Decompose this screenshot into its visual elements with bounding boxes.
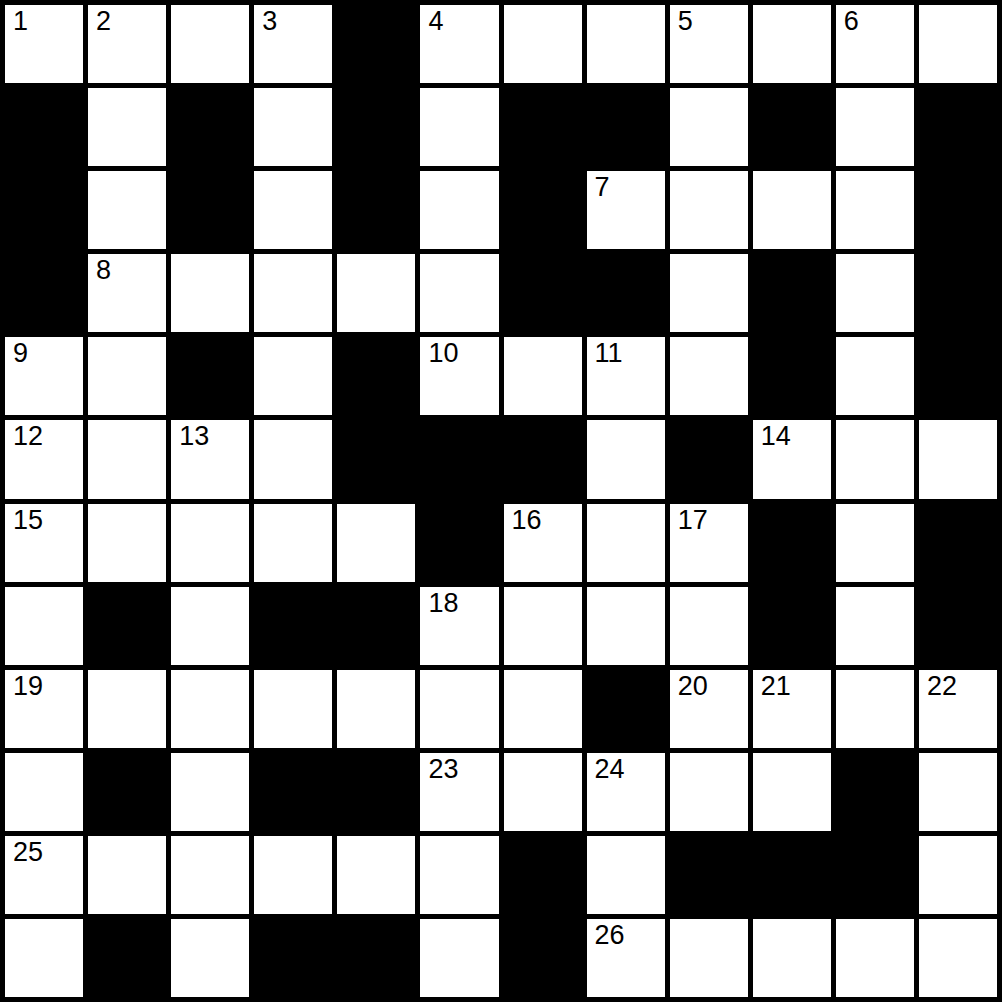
black-cell	[919, 171, 997, 249]
white-cell[interactable]: 26	[587, 919, 665, 997]
white-cell[interactable]	[254, 420, 332, 498]
white-cell[interactable]	[587, 5, 665, 83]
white-cell[interactable]	[919, 420, 997, 498]
white-cell[interactable]	[670, 337, 748, 415]
white-cell[interactable]	[753, 5, 831, 83]
clue-number: 12	[13, 421, 43, 452]
white-cell[interactable]: 4	[420, 5, 498, 83]
white-cell[interactable]	[171, 919, 249, 997]
clue-number: 4	[428, 6, 443, 37]
black-cell	[753, 587, 831, 665]
black-cell	[420, 420, 498, 498]
white-cell[interactable]: 8	[88, 254, 166, 332]
white-cell[interactable]	[836, 88, 914, 166]
clue-number: 3	[262, 6, 277, 37]
black-cell	[670, 420, 748, 498]
black-cell	[919, 88, 997, 166]
white-cell[interactable]: 2	[88, 5, 166, 83]
white-cell[interactable]: 6	[836, 5, 914, 83]
white-cell[interactable]: 14	[753, 420, 831, 498]
black-cell	[919, 587, 997, 665]
white-cell[interactable]	[337, 670, 415, 748]
white-cell[interactable]	[836, 504, 914, 582]
black-cell	[919, 254, 997, 332]
white-cell[interactable]	[420, 919, 498, 997]
white-cell[interactable]	[420, 254, 498, 332]
black-cell	[753, 337, 831, 415]
black-cell	[254, 753, 332, 831]
clue-number: 6	[844, 6, 859, 37]
white-cell[interactable]: 21	[753, 670, 831, 748]
clue-number: 18	[428, 588, 458, 619]
white-cell[interactable]	[919, 836, 997, 914]
white-cell[interactable]	[254, 254, 332, 332]
white-cell[interactable]	[919, 5, 997, 83]
white-cell[interactable]	[836, 420, 914, 498]
white-cell[interactable]: 23	[420, 753, 498, 831]
black-cell	[5, 88, 83, 166]
black-cell	[337, 587, 415, 665]
black-cell	[753, 836, 831, 914]
white-cell[interactable]: 15	[5, 504, 83, 582]
black-cell	[337, 171, 415, 249]
clue-number: 23	[428, 754, 458, 785]
clue-number: 13	[179, 421, 209, 452]
black-cell	[504, 254, 582, 332]
white-cell[interactable]	[420, 836, 498, 914]
clue-number: 14	[761, 421, 791, 452]
white-cell[interactable]: 12	[5, 420, 83, 498]
black-cell	[504, 919, 582, 997]
white-cell[interactable]	[836, 171, 914, 249]
black-cell	[254, 919, 332, 997]
crossword-board: 1234567891011121314151617181920212223242…	[0, 0, 1002, 1002]
clue-number: 9	[13, 338, 28, 369]
black-cell	[171, 337, 249, 415]
white-cell[interactable]	[587, 587, 665, 665]
black-cell	[337, 337, 415, 415]
white-cell[interactable]	[504, 587, 582, 665]
white-cell[interactable]	[254, 171, 332, 249]
black-cell	[670, 836, 748, 914]
white-cell[interactable]	[836, 337, 914, 415]
black-cell	[5, 254, 83, 332]
black-cell	[753, 504, 831, 582]
white-cell[interactable]	[337, 836, 415, 914]
white-cell[interactable]	[504, 5, 582, 83]
white-cell[interactable]: 1	[5, 5, 83, 83]
black-cell	[504, 420, 582, 498]
black-cell	[337, 5, 415, 83]
white-cell[interactable]: 19	[5, 670, 83, 748]
black-cell	[337, 420, 415, 498]
clue-number: 25	[13, 837, 43, 868]
white-cell[interactable]	[88, 88, 166, 166]
black-cell	[337, 919, 415, 997]
white-cell[interactable]: 17	[670, 504, 748, 582]
black-cell	[919, 337, 997, 415]
white-cell[interactable]	[171, 753, 249, 831]
white-cell[interactable]	[254, 670, 332, 748]
white-cell[interactable]	[337, 254, 415, 332]
white-cell[interactable]	[504, 337, 582, 415]
white-cell[interactable]	[836, 254, 914, 332]
white-cell[interactable]: 5	[670, 5, 748, 83]
white-cell[interactable]: 24	[587, 753, 665, 831]
clue-number: 11	[595, 338, 623, 369]
black-cell	[587, 670, 665, 748]
clue-number: 22	[927, 671, 957, 702]
clue-number: 8	[96, 255, 111, 286]
white-cell[interactable]: 9	[5, 337, 83, 415]
white-cell[interactable]	[254, 836, 332, 914]
black-cell	[753, 88, 831, 166]
white-cell[interactable]	[88, 420, 166, 498]
black-cell	[88, 753, 166, 831]
white-cell[interactable]	[420, 670, 498, 748]
white-cell[interactable]	[670, 88, 748, 166]
white-cell[interactable]	[254, 337, 332, 415]
white-cell[interactable]: 20	[670, 670, 748, 748]
black-cell	[753, 254, 831, 332]
clue-number: 24	[595, 754, 625, 785]
white-cell[interactable]	[670, 254, 748, 332]
white-cell[interactable]	[5, 587, 83, 665]
clue-number: 5	[678, 6, 693, 37]
clue-number: 26	[595, 920, 625, 951]
white-cell[interactable]	[504, 753, 582, 831]
white-cell[interactable]	[88, 836, 166, 914]
clue-number: 2	[96, 6, 111, 37]
white-cell[interactable]	[670, 753, 748, 831]
white-cell[interactable]	[5, 753, 83, 831]
black-cell	[587, 254, 665, 332]
black-cell	[337, 88, 415, 166]
black-cell	[88, 919, 166, 997]
clue-number: 15	[13, 505, 43, 536]
white-cell[interactable]	[171, 587, 249, 665]
black-cell	[587, 88, 665, 166]
clue-number: 16	[512, 505, 542, 536]
white-cell[interactable]	[88, 504, 166, 582]
white-cell[interactable]	[171, 504, 249, 582]
white-cell[interactable]	[254, 504, 332, 582]
white-cell[interactable]	[753, 171, 831, 249]
white-cell[interactable]	[587, 420, 665, 498]
white-cell[interactable]: 10	[420, 337, 498, 415]
black-cell	[254, 587, 332, 665]
black-cell	[504, 171, 582, 249]
white-cell[interactable]	[587, 836, 665, 914]
black-cell	[171, 88, 249, 166]
black-cell	[5, 171, 83, 249]
clue-number: 10	[428, 338, 458, 369]
black-cell	[420, 504, 498, 582]
white-cell[interactable]	[504, 670, 582, 748]
white-cell[interactable]	[836, 670, 914, 748]
white-cell[interactable]: 16	[504, 504, 582, 582]
white-cell[interactable]	[88, 337, 166, 415]
clue-number: 7	[595, 172, 610, 203]
white-cell[interactable]	[88, 171, 166, 249]
white-cell[interactable]	[254, 88, 332, 166]
white-cell[interactable]	[337, 504, 415, 582]
white-cell[interactable]	[420, 88, 498, 166]
black-cell	[88, 587, 166, 665]
black-cell	[504, 836, 582, 914]
white-cell[interactable]	[836, 587, 914, 665]
black-cell	[171, 171, 249, 249]
white-cell[interactable]	[670, 919, 748, 997]
white-cell[interactable]	[5, 919, 83, 997]
black-cell	[836, 836, 914, 914]
white-cell[interactable]	[171, 670, 249, 748]
white-cell[interactable]	[670, 587, 748, 665]
black-cell	[919, 504, 997, 582]
white-cell[interactable]: 25	[5, 836, 83, 914]
white-cell[interactable]	[919, 919, 997, 997]
white-cell[interactable]: 22	[919, 670, 997, 748]
white-cell[interactable]	[171, 254, 249, 332]
clue-number: 21	[761, 671, 791, 702]
white-cell[interactable]: 11	[587, 337, 665, 415]
white-cell[interactable]	[88, 670, 166, 748]
clue-number: 19	[13, 671, 43, 702]
black-cell	[504, 88, 582, 166]
white-cell[interactable]	[670, 171, 748, 249]
white-cell[interactable]: 18	[420, 587, 498, 665]
white-cell[interactable]: 13	[171, 420, 249, 498]
white-cell[interactable]	[171, 5, 249, 83]
clue-number: 20	[678, 671, 708, 702]
white-cell[interactable]	[753, 753, 831, 831]
white-cell[interactable]	[171, 836, 249, 914]
clue-number: 17	[678, 505, 708, 536]
white-cell[interactable]: 7	[587, 171, 665, 249]
white-cell[interactable]	[587, 504, 665, 582]
white-cell[interactable]	[919, 753, 997, 831]
white-cell[interactable]	[753, 919, 831, 997]
black-cell	[337, 753, 415, 831]
white-cell[interactable]: 3	[254, 5, 332, 83]
white-cell[interactable]	[420, 171, 498, 249]
clue-number: 1	[13, 6, 28, 37]
black-cell	[836, 753, 914, 831]
white-cell[interactable]	[836, 919, 914, 997]
